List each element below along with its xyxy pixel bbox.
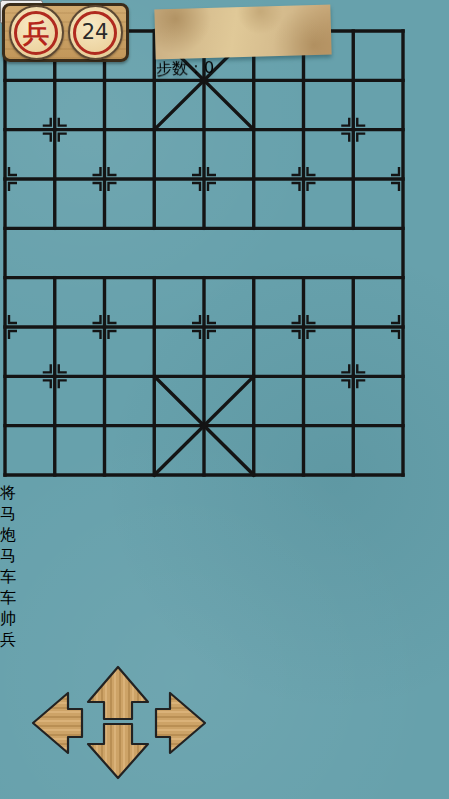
piece-black-horse[interactable]: 马 [0, 546, 449, 567]
arrow-right-button[interactable] [156, 693, 205, 753]
piece-ring: 兵 [14, 11, 58, 55]
piece-red-general[interactable]: 帅 [0, 609, 449, 630]
piece-black-chariot[interactable]: 车 [0, 567, 449, 588]
arrow-down-button[interactable] [88, 724, 148, 778]
piece-red-soldier[interactable]: 兵 [0, 630, 449, 651]
paper-scrap [154, 5, 331, 60]
piece-black-general[interactable]: 将 [0, 483, 449, 504]
arrow-up-button[interactable] [88, 667, 148, 719]
direction-controls [0, 651, 449, 795]
arrow-left-button[interactable] [33, 693, 82, 753]
level-badge: 兵 24 [2, 3, 129, 62]
level-piece-char: 兵 [23, 20, 49, 46]
count-ring: 24 [73, 11, 117, 55]
level-count-disc: 24 [68, 5, 123, 60]
piece-black-cannon[interactable]: 炮 [0, 525, 449, 546]
board-grid-lines [0, 24, 407, 479]
level-piece-disc: 兵 [9, 5, 64, 60]
piece-black-chariot[interactable]: 车 [0, 588, 449, 609]
game-screen: 兵 24 步数：0 设置 将马炮马车车帅兵 [0, 0, 449, 799]
level-count: 24 [82, 22, 109, 43]
piece-black-horse[interactable]: 马 [0, 504, 449, 525]
board-surface[interactable]: 将马炮马车车帅兵 [0, 24, 449, 651]
xiangqi-board: 将马炮马车车帅兵 [0, 24, 449, 651]
steps-counter: 步数：0 [154, 5, 331, 60]
